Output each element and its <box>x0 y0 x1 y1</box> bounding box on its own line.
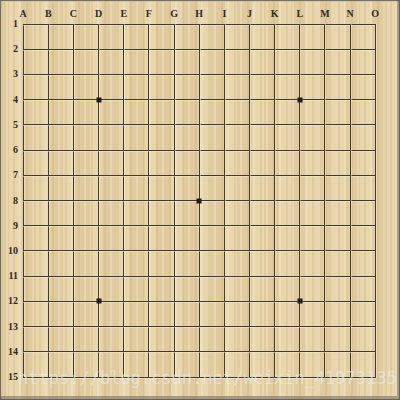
grid-line-vertical <box>350 24 351 378</box>
grid-line-horizontal <box>23 351 376 352</box>
row-label: 10 <box>0 246 18 256</box>
grid-line-vertical <box>48 24 49 378</box>
grid-line-vertical <box>123 24 124 378</box>
column-label: B <box>45 9 52 19</box>
row-label: 7 <box>0 170 18 180</box>
row-label: 3 <box>0 69 18 79</box>
row-label: 15 <box>0 372 18 382</box>
row-label: 12 <box>0 296 18 306</box>
column-label: I <box>222 9 226 19</box>
star-point <box>297 97 302 102</box>
column-label: H <box>195 9 203 19</box>
grid-line-vertical <box>299 24 300 378</box>
star-point <box>197 198 202 203</box>
star-point <box>297 299 302 304</box>
grid-line-vertical <box>148 24 149 378</box>
grid-line-horizontal <box>23 24 376 25</box>
grid-line-vertical <box>23 24 24 378</box>
column-label: A <box>20 9 27 19</box>
star-point <box>96 97 101 102</box>
grid-line-vertical <box>249 24 250 378</box>
column-label: C <box>70 9 77 19</box>
grid-line-vertical <box>375 24 376 378</box>
row-label: 4 <box>0 95 18 105</box>
star-point <box>96 299 101 304</box>
row-label: 6 <box>0 145 18 155</box>
grid-line-horizontal <box>23 377 376 378</box>
grid-line-horizontal <box>23 99 376 100</box>
grid-line-horizontal <box>23 326 376 327</box>
row-label: 13 <box>0 322 18 332</box>
grid-line-vertical <box>98 24 99 378</box>
column-label: E <box>120 9 127 19</box>
grid-line-vertical <box>224 24 225 378</box>
board[interactable] <box>0 0 400 400</box>
column-label: F <box>146 9 152 19</box>
grid-line-vertical <box>73 24 74 378</box>
row-label: 2 <box>0 44 18 54</box>
column-label: G <box>170 9 178 19</box>
row-label: 11 <box>0 271 18 281</box>
grid-line-horizontal <box>23 150 376 151</box>
column-label: M <box>320 9 329 19</box>
row-label: 9 <box>0 221 18 231</box>
grid-line-horizontal <box>23 49 376 50</box>
goban-screenshot: ABCDEFGHIJKLMNO123456789101112131415 htt… <box>0 0 400 400</box>
grid-line-vertical <box>274 24 275 378</box>
grid-line-horizontal <box>23 74 376 75</box>
row-label: 5 <box>0 120 18 130</box>
row-label: 14 <box>0 347 18 357</box>
grid-line-horizontal <box>23 225 376 226</box>
grid-line-horizontal <box>23 250 376 251</box>
column-label: D <box>95 9 102 19</box>
grid-line-horizontal <box>23 301 376 302</box>
row-label: 8 <box>0 196 18 206</box>
grid-line-horizontal <box>23 175 376 176</box>
column-label: O <box>371 9 379 19</box>
column-label: J <box>247 9 252 19</box>
grid-line-horizontal <box>23 124 376 125</box>
grid-line-horizontal <box>23 276 376 277</box>
row-label: 1 <box>0 19 18 29</box>
column-label: K <box>271 9 279 19</box>
grid-line-vertical <box>324 24 325 378</box>
grid-line-vertical <box>174 24 175 378</box>
column-label: L <box>296 9 303 19</box>
column-label: N <box>346 9 353 19</box>
